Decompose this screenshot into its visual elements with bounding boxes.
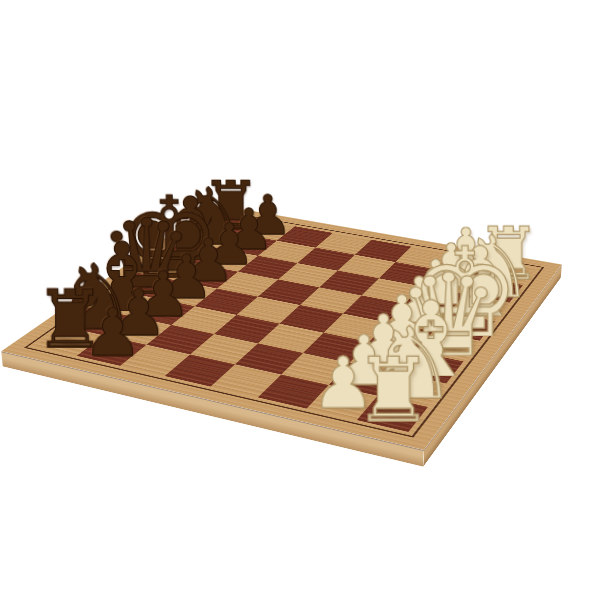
- photo-canvas: ♜♞♝♛♚♝♞♜♟♟♟♟♟♟♟♟♟♟♟♟♟♟♟♟♜♞♝♛♚♝♞♜: [0, 0, 600, 600]
- piece-white-knight: ♞: [363, 314, 462, 413]
- piece-white-pawn: ♟: [307, 348, 378, 419]
- piece-white-rook: ♜: [348, 346, 437, 435]
- piece-black-rook: ♜: [29, 280, 109, 360]
- piece-white-pawn: ♟: [349, 306, 416, 373]
- scene: ♜♞♝♛♚♝♞♜♟♟♟♟♟♟♟♟♟♟♟♟♟♟♟♟♜♞♝♛♚♝♞♜: [0, 0, 600, 600]
- piece-white-pawn: ♟: [329, 327, 398, 396]
- piece-black-pawn: ♟: [79, 300, 145, 366]
- chessboard: ♜♞♝♛♚♝♞♜♟♟♟♟♟♟♟♟♟♟♟♟♟♟♟♟♜♞♝♛♚♝♞♜: [1, 204, 562, 450]
